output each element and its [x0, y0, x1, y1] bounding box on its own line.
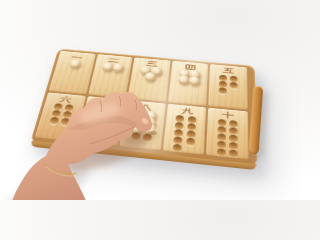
ball[interactable] [101, 62, 113, 71]
cell-8: 八 [120, 100, 166, 151]
holes-grid [77, 106, 124, 146]
hole[interactable] [219, 74, 227, 81]
cell-3: 三 [128, 57, 171, 101]
board: 一二三四五六七八九十 [30, 48, 257, 166]
cell-4: 四 [168, 61, 209, 106]
table-background: { "scene": { "description": "Overhead ph… [0, 0, 300, 200]
hole[interactable] [219, 87, 227, 94]
ball[interactable] [189, 76, 200, 86]
hole[interactable] [102, 122, 112, 130]
bracelet-strand [45, 166, 78, 176]
holes-grid [88, 63, 131, 98]
hole[interactable] [49, 117, 59, 125]
ball[interactable] [112, 63, 124, 72]
hole[interactable] [89, 128, 99, 136]
cell-10: 十 [206, 107, 248, 159]
hole[interactable] [219, 81, 227, 88]
hole[interactable] [186, 138, 195, 146]
hole[interactable] [131, 132, 140, 140]
hole[interactable] [60, 118, 70, 126]
cell-1: 一 [49, 51, 96, 94]
holes-grid [206, 118, 248, 160]
ball[interactable] [144, 72, 156, 81]
holes-grid [168, 70, 208, 106]
hole[interactable] [143, 133, 152, 141]
cell-9: 九 [163, 103, 207, 154]
holes-grid [49, 59, 94, 94]
cell-5: 五 [209, 64, 248, 109]
bracelet [44, 164, 77, 174]
hole[interactable] [230, 75, 238, 82]
holes-grid [128, 66, 170, 101]
hole[interactable] [230, 82, 238, 89]
cell-7: 七 [77, 96, 126, 146]
ball[interactable] [69, 59, 81, 68]
hole[interactable] [217, 148, 226, 157]
hole[interactable] [229, 150, 238, 159]
hole[interactable] [173, 144, 182, 153]
arm-shadow [0, 154, 96, 200]
holes-grid [163, 114, 206, 155]
ball[interactable] [178, 75, 189, 85]
holes-grid [120, 110, 165, 151]
cell-2: 二 [88, 54, 133, 98]
holes-grid [209, 73, 248, 109]
holes-grid [35, 102, 84, 142]
